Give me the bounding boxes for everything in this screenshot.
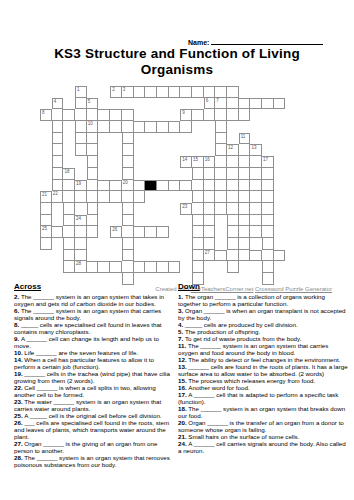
answer-cell[interactable]	[204, 215, 216, 227]
grid-background	[250, 238, 262, 250]
grid-background	[180, 133, 192, 145]
answer-cell[interactable]: 18	[63, 168, 75, 180]
answer-cell[interactable]	[227, 226, 239, 238]
grid-background	[134, 109, 146, 121]
answer-cell[interactable]: 3	[122, 86, 134, 98]
answer-cell[interactable]	[98, 261, 110, 273]
answer-cell[interactable]: 23	[180, 203, 192, 215]
grid-background	[157, 238, 169, 250]
grid-background	[180, 250, 192, 262]
answer-cell[interactable]	[274, 250, 286, 262]
answer-cell[interactable]: 5	[87, 98, 99, 110]
grid-background	[63, 133, 75, 145]
answer-cell[interactable]	[87, 156, 99, 168]
grid-background	[180, 98, 192, 110]
grid-background	[145, 238, 157, 250]
answer-cell[interactable]	[262, 180, 274, 192]
answer-cell[interactable]	[204, 203, 216, 215]
answer-cell[interactable]: 10	[87, 121, 99, 133]
answer-cell[interactable]	[239, 203, 251, 215]
answer-cell[interactable]	[215, 121, 227, 133]
clue-item: 20. Organ ______ is the transfer of an o…	[178, 419, 348, 433]
answer-cell[interactable]	[227, 156, 239, 168]
answer-cell[interactable]	[239, 226, 251, 238]
answer-cell[interactable]	[239, 144, 251, 156]
answer-cell[interactable]	[87, 180, 99, 192]
answer-cell[interactable]	[52, 133, 64, 145]
grid-background	[169, 215, 181, 227]
answer-cell[interactable]	[262, 168, 274, 180]
answer-cell[interactable]	[122, 191, 134, 203]
clue-item: 11. The ______ system is an organ system…	[178, 342, 348, 356]
answer-cell[interactable]	[180, 86, 192, 98]
clue-number: 25	[42, 226, 47, 231]
grid-background	[87, 238, 99, 250]
answer-cell[interactable]	[204, 86, 216, 98]
answer-cell[interactable]	[169, 121, 181, 133]
grid-background	[134, 203, 146, 215]
answer-cell[interactable]	[192, 180, 204, 192]
answer-cell[interactable]	[75, 250, 87, 262]
answer-cell[interactable]	[239, 98, 251, 110]
answer-cell[interactable]	[87, 215, 99, 227]
answer-cell[interactable]: 14	[180, 156, 192, 168]
answer-cell[interactable]	[145, 86, 157, 98]
answer-cell[interactable]	[157, 180, 169, 192]
grid-background	[110, 133, 122, 145]
answer-cell[interactable]: 25	[40, 226, 52, 238]
answer-cell[interactable]	[110, 191, 122, 203]
clue-number: 1	[77, 87, 80, 92]
answer-cell[interactable]: 15	[192, 156, 204, 168]
grid-background	[98, 144, 110, 156]
answer-cell[interactable]	[110, 180, 122, 192]
answer-cell[interactable]	[262, 238, 274, 250]
answer-cell[interactable]	[192, 226, 204, 238]
answer-cell[interactable]	[87, 168, 99, 180]
answer-cell[interactable]	[40, 238, 52, 250]
answer-cell[interactable]	[227, 98, 239, 110]
answer-cell[interactable]	[215, 86, 227, 98]
clue-number: 12	[228, 145, 233, 150]
answer-cell[interactable]	[180, 121, 192, 133]
grid-background	[52, 215, 64, 227]
answer-cell[interactable]	[215, 156, 227, 168]
answer-cell[interactable]	[204, 191, 216, 203]
answer-cell[interactable]	[122, 226, 134, 238]
answer-cell[interactable]: 4	[52, 98, 64, 110]
answer-cell[interactable]: 24	[75, 215, 87, 227]
answer-cell[interactable]	[122, 133, 134, 145]
grid-background	[215, 261, 227, 273]
grid-background	[110, 156, 122, 168]
answer-cell[interactable]	[180, 180, 192, 192]
answer-cell[interactable]	[227, 261, 239, 273]
grid-background	[40, 86, 52, 98]
grid-background	[157, 191, 169, 203]
grid-background	[145, 133, 157, 145]
answer-cell[interactable]: 21	[40, 191, 52, 203]
clue-item: 27. Organ ______ is the giving of an org…	[14, 440, 177, 454]
grid-background	[98, 86, 110, 98]
clue-number: 28	[76, 261, 81, 266]
answer-cell[interactable]	[204, 180, 216, 192]
answer-cell[interactable]	[98, 191, 110, 203]
answer-cell[interactable]	[192, 109, 204, 121]
grid-background	[215, 226, 227, 238]
answer-cell[interactable]	[110, 109, 122, 121]
grid-background	[145, 144, 157, 156]
answer-cell[interactable]	[227, 203, 239, 215]
answer-cell[interactable]	[63, 191, 75, 203]
answer-cell[interactable]	[215, 168, 227, 180]
grid-background	[134, 98, 146, 110]
clue-number: 20	[123, 180, 128, 185]
answer-cell[interactable]	[157, 226, 169, 238]
clue-item: 28. The ______ system is an organ system…	[14, 454, 177, 468]
answer-cell[interactable]: 2	[110, 86, 122, 98]
answer-cell[interactable]	[215, 191, 227, 203]
answer-cell[interactable]	[75, 98, 87, 110]
worksheet-page: { "header": { "name_label": "Name:", "ti…	[0, 0, 354, 500]
answer-cell[interactable]	[250, 156, 262, 168]
answer-cell[interactable]	[204, 238, 216, 250]
grid-background	[98, 250, 110, 262]
answer-cell[interactable]: 27	[204, 250, 216, 262]
answer-cell[interactable]	[227, 109, 239, 121]
answer-cell[interactable]	[122, 250, 134, 262]
grid-background	[169, 168, 181, 180]
grid-background	[63, 144, 75, 156]
clue-number: 13	[251, 145, 256, 150]
answer-cell[interactable]	[75, 133, 87, 145]
answer-cell[interactable]: 13	[250, 144, 262, 156]
grid-background	[98, 215, 110, 227]
grid-background	[180, 215, 192, 227]
answer-cell[interactable]	[227, 86, 239, 98]
answer-cell[interactable]	[122, 215, 134, 227]
clue-item: 26. ___ cells are specialised cell found…	[14, 419, 177, 440]
answer-cell[interactable]	[63, 250, 75, 262]
grid-background	[145, 215, 157, 227]
answer-cell[interactable]	[204, 226, 216, 238]
grid-background	[110, 168, 122, 180]
answer-cell[interactable]	[262, 203, 274, 215]
answer-cell[interactable]	[192, 203, 204, 215]
grid-background	[192, 121, 204, 133]
answer-cell[interactable]: 20	[122, 180, 134, 192]
grid-background	[192, 133, 204, 145]
answer-cell[interactable]: 11	[239, 133, 251, 145]
answer-cell[interactable]	[63, 109, 75, 121]
answer-cell[interactable]	[239, 250, 251, 262]
crossword-grid: 1234567891011121314151617181920212223242…	[40, 86, 285, 285]
answer-cell[interactable]	[122, 203, 134, 215]
clue-item: 17. A ______ cell that is adapted to per…	[178, 391, 348, 405]
grid-background	[204, 144, 216, 156]
grid-background	[215, 215, 227, 227]
answer-cell[interactable]	[52, 180, 64, 192]
answer-cell[interactable]	[262, 226, 274, 238]
answer-cell[interactable]	[239, 156, 251, 168]
answer-cell[interactable]	[262, 261, 274, 273]
grid-background	[274, 191, 286, 203]
name-input-line[interactable]	[211, 36, 323, 45]
answer-cell[interactable]	[192, 168, 204, 180]
answer-cell[interactable]	[52, 168, 64, 180]
answer-cell[interactable]	[122, 238, 134, 250]
answer-cell[interactable]	[145, 261, 157, 273]
clue-item: 16. Another word for food.	[178, 384, 348, 391]
grid-background	[40, 250, 52, 262]
grid-background	[169, 191, 181, 203]
answer-cell[interactable]	[169, 86, 181, 98]
answer-cell[interactable]	[215, 250, 227, 262]
grid-background	[145, 109, 157, 121]
grid-background	[204, 261, 216, 273]
answer-cell[interactable]: 7	[215, 98, 227, 110]
answer-cell[interactable]	[215, 144, 227, 156]
clue-item: 4. _____ cells are produced by cell divi…	[178, 321, 348, 328]
answer-cell[interactable]	[145, 226, 157, 238]
across-clues-column: Across 2. The ______ system is an organ …	[14, 283, 177, 468]
answer-cell[interactable]	[227, 180, 239, 192]
clue-item: 24. A ______ cell carries signals around…	[178, 440, 348, 454]
answer-cell[interactable]	[227, 215, 239, 227]
answer-cell[interactable]: 6	[204, 98, 216, 110]
answer-cell[interactable]	[192, 191, 204, 203]
grid-background	[274, 261, 286, 273]
grid-background	[180, 226, 192, 238]
answer-cell[interactable]	[134, 261, 146, 273]
answer-cell[interactable]	[122, 156, 134, 168]
answer-cell[interactable]	[110, 261, 122, 273]
answer-cell[interactable]	[98, 180, 110, 192]
grid-background	[274, 215, 286, 227]
grid-background	[274, 238, 286, 250]
grid-background	[169, 98, 181, 110]
answer-cell[interactable]: 26	[110, 226, 122, 238]
answer-cell[interactable]	[227, 191, 239, 203]
answer-cell[interactable]	[134, 121, 146, 133]
clue-number: 5	[88, 99, 91, 104]
answer-cell[interactable]	[204, 168, 216, 180]
answer-cell[interactable]	[87, 144, 99, 156]
answer-cell[interactable]: 9	[180, 109, 192, 121]
answer-cell[interactable]	[63, 261, 75, 273]
answer-cell[interactable]	[192, 261, 204, 273]
answer-cell[interactable]	[75, 144, 87, 156]
grid-background	[52, 203, 64, 215]
clue-item: 7. To get rid of waste products from the…	[178, 335, 348, 342]
grid-background	[180, 168, 192, 180]
answer-cell[interactable]: 22	[52, 191, 64, 203]
answer-cell[interactable]	[63, 215, 75, 227]
answer-cell[interactable]	[157, 121, 169, 133]
answer-cell[interactable]	[215, 133, 227, 145]
grid-background	[157, 133, 169, 145]
answer-cell[interactable]	[98, 121, 110, 133]
answer-cell[interactable]	[75, 226, 87, 238]
answer-cell[interactable]	[87, 133, 99, 145]
answer-cell[interactable]	[122, 168, 134, 180]
answer-cell[interactable]: 16	[204, 156, 216, 168]
answer-cell[interactable]	[192, 250, 204, 262]
answer-cell[interactable]	[87, 109, 99, 121]
answer-cell[interactable]	[75, 191, 87, 203]
answer-cell[interactable]	[262, 191, 274, 203]
answer-cell[interactable]	[157, 86, 169, 98]
answer-cell[interactable]	[134, 86, 146, 98]
answer-cell[interactable]	[52, 121, 64, 133]
grid-background	[98, 133, 110, 145]
answer-cell[interactable]: 12	[227, 144, 239, 156]
answer-cell[interactable]	[98, 109, 110, 121]
answer-cell[interactable]	[192, 215, 204, 227]
answer-cell[interactable]	[239, 180, 251, 192]
answer-cell[interactable]	[52, 156, 64, 168]
answer-cell[interactable]	[262, 250, 274, 262]
answer-cell[interactable]	[75, 238, 87, 250]
answer-cell[interactable]	[239, 168, 251, 180]
grid-background	[40, 156, 52, 168]
grid-background	[262, 86, 274, 98]
clue-number: 16	[205, 157, 210, 162]
grid-background	[169, 156, 181, 168]
answer-cell[interactable]	[192, 238, 204, 250]
answer-cell[interactable]	[87, 226, 99, 238]
answer-cell[interactable]	[227, 168, 239, 180]
clue-item: 15. The process which releases energy fr…	[178, 377, 348, 384]
answer-cell[interactable]	[52, 226, 64, 238]
answer-cell[interactable]: 17	[262, 156, 274, 168]
answer-cell[interactable]	[192, 86, 204, 98]
answer-cell[interactable]	[52, 144, 64, 156]
clue-item: 3. Organ ______ is when an organ transpl…	[178, 307, 348, 321]
answer-cell[interactable]	[262, 215, 274, 227]
answer-cell[interactable]	[227, 238, 239, 250]
answer-cell[interactable]	[87, 261, 99, 273]
answer-cell[interactable]	[204, 109, 216, 121]
clue-item: 6. The ______ system is an organ system …	[14, 307, 177, 321]
clue-number: 17	[263, 157, 268, 162]
answer-cell[interactable]	[63, 238, 75, 250]
clue-number: 8	[42, 110, 45, 115]
grid-background	[110, 250, 122, 262]
grid-background	[145, 98, 157, 110]
clue-item: 19. ______ cells in the trachea (wind pi…	[14, 370, 177, 384]
answer-cell[interactable]: 8	[40, 109, 52, 121]
answer-cell[interactable]	[75, 109, 87, 121]
answer-cell[interactable]	[110, 121, 122, 133]
answer-cell[interactable]	[227, 250, 239, 262]
answer-cell[interactable]	[75, 121, 87, 133]
answer-cell[interactable]	[239, 215, 251, 227]
grid-background	[110, 98, 122, 110]
answer-cell[interactable]	[122, 121, 134, 133]
answer-cell[interactable]	[145, 121, 157, 133]
answer-cell[interactable]	[250, 180, 262, 192]
answer-cell[interactable]	[52, 109, 64, 121]
answer-cell[interactable]	[122, 109, 134, 121]
answer-cell[interactable]	[134, 180, 146, 192]
answer-cell[interactable]	[122, 261, 134, 273]
grid-background	[134, 156, 146, 168]
grid-background	[75, 156, 87, 168]
grid-background	[250, 121, 262, 133]
answer-cell[interactable]: 28	[75, 261, 87, 273]
grid-background	[157, 156, 169, 168]
grid-background	[262, 133, 274, 145]
grid-background	[239, 121, 251, 133]
grid-background	[262, 109, 274, 121]
answer-cell[interactable]	[239, 109, 251, 121]
answer-cell[interactable]	[250, 168, 262, 180]
answer-cell[interactable]	[274, 98, 286, 110]
answer-cell[interactable]	[250, 215, 262, 227]
answer-cell[interactable]	[87, 203, 99, 215]
answer-cell[interactable]	[250, 98, 262, 110]
answer-cell[interactable]	[215, 180, 227, 192]
answer-cell[interactable]	[169, 261, 181, 273]
answer-cell[interactable]: 1	[75, 86, 87, 98]
clue-number: 7	[216, 98, 219, 103]
answer-cell[interactable]	[262, 98, 274, 110]
grid-background	[169, 226, 181, 238]
grid-background	[98, 168, 110, 180]
clue-item: 5. The production of offspring.	[178, 328, 348, 335]
down-clue-list: 1. The organ ______ is a collection of o…	[178, 293, 348, 454]
grid-background	[169, 144, 181, 156]
name-label: Name:	[188, 39, 209, 46]
answer-cell[interactable]	[169, 180, 181, 192]
answer-cell[interactable]	[40, 215, 52, 227]
answer-cell[interactable]	[134, 191, 146, 203]
answer-cell[interactable]	[40, 203, 52, 215]
answer-cell[interactable]	[250, 250, 262, 262]
grid-background	[274, 226, 286, 238]
grid-background	[157, 203, 169, 215]
answer-cell[interactable]	[63, 180, 75, 192]
answer-cell[interactable]	[87, 191, 99, 203]
answer-cell[interactable]: 19	[75, 180, 87, 192]
clue-number: 24	[76, 216, 81, 221]
grid-background	[192, 144, 204, 156]
grid-background	[134, 168, 146, 180]
answer-cell[interactable]	[63, 203, 75, 215]
answer-cell[interactable]	[122, 144, 134, 156]
answer-cell[interactable]	[63, 226, 75, 238]
answer-cell[interactable]	[215, 203, 227, 215]
grid-background	[169, 133, 181, 145]
grid-background	[63, 121, 75, 133]
answer-cell[interactable]	[239, 238, 251, 250]
answer-cell[interactable]	[239, 191, 251, 203]
answer-cell[interactable]	[134, 226, 146, 238]
answer-cell[interactable]	[215, 109, 227, 121]
clue-number: 21	[42, 192, 47, 197]
grid-background	[40, 261, 52, 273]
clue-number: 15	[193, 157, 198, 162]
page-title: KS3 Structure and Function of Living Org…	[27, 46, 327, 78]
grid-background	[274, 168, 286, 180]
answer-cell[interactable]	[157, 261, 169, 273]
answer-cell[interactable]	[250, 226, 262, 238]
grid-background	[75, 203, 87, 215]
answer-cell[interactable]	[250, 203, 262, 215]
answer-cell[interactable]	[250, 191, 262, 203]
down-clues-column: Down 1. The organ ______ is a collection…	[178, 283, 348, 454]
